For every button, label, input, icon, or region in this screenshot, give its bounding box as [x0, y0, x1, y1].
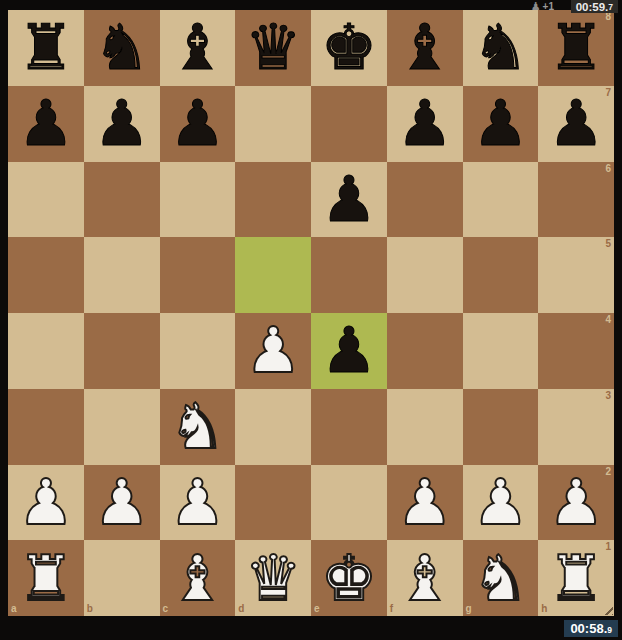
bottom-clock-time: 00:58.	[570, 621, 607, 636]
square-g5[interactable]	[463, 237, 539, 313]
square-d7[interactable]	[235, 86, 311, 162]
bottom-player-clock: 00:58.9	[564, 620, 618, 637]
square-e8[interactable]: ♚	[311, 10, 387, 86]
rank-label-5: 5	[605, 239, 611, 249]
square-h2[interactable]: ♟2	[538, 465, 614, 541]
rank-label-3: 3	[605, 391, 611, 401]
piece-white-queen[interactable]: ♛	[235, 540, 311, 616]
piece-white-rook[interactable]: ♜	[8, 540, 84, 616]
square-e7[interactable]	[311, 86, 387, 162]
square-d4[interactable]: ♟	[235, 313, 311, 389]
top-clock-tenths: 7	[608, 2, 613, 13]
square-c8[interactable]: ♝	[160, 10, 236, 86]
piece-white-pawn[interactable]: ♟	[538, 465, 614, 541]
square-b8[interactable]: ♞	[84, 10, 160, 86]
file-label-b: b	[87, 604, 93, 614]
square-e1[interactable]: ♚e	[311, 540, 387, 616]
square-h1[interactable]: ♜h1	[538, 540, 614, 616]
square-a7[interactable]: ♟	[8, 86, 84, 162]
rank-label-6: 6	[605, 164, 611, 174]
square-c3[interactable]: ♞	[160, 389, 236, 465]
square-e6[interactable]: ♟	[311, 162, 387, 238]
square-f3[interactable]	[387, 389, 463, 465]
piece-white-pawn[interactable]: ♟	[463, 465, 539, 541]
piece-white-bishop[interactable]: ♝	[160, 540, 236, 616]
square-f7[interactable]: ♟	[387, 86, 463, 162]
square-e2[interactable]	[311, 465, 387, 541]
material-advantage-value: +1	[543, 1, 554, 12]
piece-black-pawn[interactable]: ♟	[311, 162, 387, 238]
square-b7[interactable]: ♟	[84, 86, 160, 162]
square-a1[interactable]: ♜a	[8, 540, 84, 616]
piece-black-knight[interactable]: ♞	[84, 10, 160, 86]
square-c5[interactable]	[160, 237, 236, 313]
piece-white-pawn[interactable]: ♟	[235, 313, 311, 389]
square-b4[interactable]	[84, 313, 160, 389]
square-g8[interactable]: ♞	[463, 10, 539, 86]
square-a3[interactable]	[8, 389, 84, 465]
piece-white-rook[interactable]: ♜	[538, 540, 614, 616]
square-c6[interactable]	[160, 162, 236, 238]
rank-label-4: 4	[605, 315, 611, 325]
square-h5[interactable]: 5	[538, 237, 614, 313]
piece-black-pawn[interactable]: ♟	[311, 313, 387, 389]
chess-board[interactable]: ♜♞♝♛♚♝♞♜8♟♟♟♟♟♟7♟65♟♟4♞3♟♟♟♟♟♟2♜ab♝c♛d♚e…	[8, 10, 614, 616]
square-f8[interactable]: ♝	[387, 10, 463, 86]
square-g1[interactable]: ♞g	[463, 540, 539, 616]
square-e3[interactable]	[311, 389, 387, 465]
square-c4[interactable]	[160, 313, 236, 389]
piece-white-bishop[interactable]: ♝	[387, 540, 463, 616]
piece-black-king[interactable]: ♚	[311, 10, 387, 86]
square-g2[interactable]: ♟	[463, 465, 539, 541]
bottom-clock-tenths: 9	[607, 625, 612, 637]
piece-white-pawn[interactable]: ♟	[160, 465, 236, 541]
game-page: { "game": "chess", "site_style": "liches…	[0, 0, 622, 640]
piece-white-pawn[interactable]: ♟	[387, 465, 463, 541]
piece-white-pawn[interactable]: ♟	[8, 465, 84, 541]
piece-black-rook[interactable]: ♜	[538, 10, 614, 86]
square-g4[interactable]	[463, 313, 539, 389]
square-g3[interactable]	[463, 389, 539, 465]
square-a5[interactable]	[8, 237, 84, 313]
piece-black-pawn[interactable]: ♟	[160, 86, 236, 162]
piece-black-pawn[interactable]: ♟	[8, 86, 84, 162]
piece-black-pawn[interactable]: ♟	[463, 86, 539, 162]
square-c7[interactable]: ♟	[160, 86, 236, 162]
square-b5[interactable]	[84, 237, 160, 313]
piece-black-knight[interactable]: ♞	[463, 10, 539, 86]
piece-black-rook[interactable]: ♜	[8, 10, 84, 86]
piece-black-pawn[interactable]: ♟	[84, 86, 160, 162]
square-h4[interactable]: 4	[538, 313, 614, 389]
square-h3[interactable]: 3	[538, 389, 614, 465]
square-e5[interactable]	[311, 237, 387, 313]
piece-black-pawn[interactable]: ♟	[387, 86, 463, 162]
square-f5[interactable]	[387, 237, 463, 313]
square-a2[interactable]: ♟	[8, 465, 84, 541]
piece-black-queen[interactable]: ♛	[235, 10, 311, 86]
square-d8[interactable]: ♛	[235, 10, 311, 86]
square-b3[interactable]	[84, 389, 160, 465]
piece-white-king[interactable]: ♚	[311, 540, 387, 616]
square-b6[interactable]	[84, 162, 160, 238]
square-c1[interactable]: ♝c	[160, 540, 236, 616]
square-g6[interactable]	[463, 162, 539, 238]
piece-black-bishop[interactable]: ♝	[160, 10, 236, 86]
square-e4[interactable]: ♟	[311, 313, 387, 389]
square-a4[interactable]	[8, 313, 84, 389]
square-a8[interactable]: ♜	[8, 10, 84, 86]
square-d3[interactable]	[235, 389, 311, 465]
square-c2[interactable]: ♟	[160, 465, 236, 541]
square-f4[interactable]	[387, 313, 463, 389]
piece-white-pawn[interactable]: ♟	[84, 465, 160, 541]
square-f6[interactable]	[387, 162, 463, 238]
square-a6[interactable]	[8, 162, 84, 238]
square-h7[interactable]: ♟7	[538, 86, 614, 162]
pawn-icon: ♟	[531, 1, 541, 12]
square-d1[interactable]: ♛d	[235, 540, 311, 616]
top-clock-time: 00:59.	[576, 1, 609, 13]
piece-white-knight[interactable]: ♞	[463, 540, 539, 616]
square-g7[interactable]: ♟	[463, 86, 539, 162]
square-f2[interactable]: ♟	[387, 465, 463, 541]
piece-black-bishop[interactable]: ♝	[387, 10, 463, 86]
square-d5[interactable]	[235, 237, 311, 313]
square-d2[interactable]	[235, 465, 311, 541]
square-d6[interactable]	[235, 162, 311, 238]
square-f1[interactable]: ♝f	[387, 540, 463, 616]
piece-white-knight[interactable]: ♞	[160, 389, 236, 465]
piece-black-pawn[interactable]: ♟	[538, 86, 614, 162]
top-player-clock: 00:59.7	[571, 0, 618, 13]
material-advantage-badge: ♟ +1	[531, 0, 554, 12]
square-h6[interactable]: 6	[538, 162, 614, 238]
square-h8[interactable]: ♜8	[538, 10, 614, 86]
square-b2[interactable]: ♟	[84, 465, 160, 541]
square-b1[interactable]: b	[84, 540, 160, 616]
